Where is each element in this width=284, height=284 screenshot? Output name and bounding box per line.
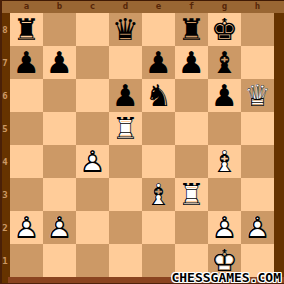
black-pawn-icon: ♟ [109, 79, 142, 112]
square-h2[interactable]: ♟♙ [241, 211, 274, 244]
square-b7[interactable]: ♟ [43, 46, 76, 79]
square-f4[interactable] [175, 145, 208, 178]
file-label-e: e [142, 0, 175, 13]
square-f8[interactable]: ♜ [175, 13, 208, 46]
square-d2[interactable] [109, 211, 142, 244]
square-g7[interactable]: ♝ [208, 46, 241, 79]
square-h3[interactable] [241, 178, 274, 211]
square-g3[interactable] [208, 178, 241, 211]
square-c4[interactable]: ♟♙ [76, 145, 109, 178]
black-rook-icon: ♜ [10, 13, 43, 46]
square-c7[interactable] [76, 46, 109, 79]
rank-labels: 87654321 [0, 13, 10, 277]
square-a1[interactable] [10, 244, 43, 277]
square-g8[interactable]: ♚ [208, 13, 241, 46]
white-bishop-outline-icon: ♗ [142, 178, 175, 211]
square-d1[interactable] [109, 244, 142, 277]
white-pawn-outline-icon: ♙ [43, 211, 76, 244]
black-pawn-icon: ♟ [175, 46, 208, 79]
square-d6[interactable]: ♟ [109, 79, 142, 112]
square-d7[interactable] [109, 46, 142, 79]
square-a6[interactable] [10, 79, 43, 112]
square-c1[interactable] [76, 244, 109, 277]
square-b3[interactable] [43, 178, 76, 211]
square-a8[interactable]: ♜ [10, 13, 43, 46]
square-b4[interactable] [43, 145, 76, 178]
black-pawn-icon: ♟ [142, 46, 175, 79]
square-d4[interactable] [109, 145, 142, 178]
white-pawn-icon: ♟ [76, 145, 109, 178]
square-f7[interactable]: ♟ [175, 46, 208, 79]
square-a5[interactable] [10, 112, 43, 145]
white-pawn-icon: ♟ [208, 211, 241, 244]
square-d8[interactable]: ♛ [109, 13, 142, 46]
rank-label-2: 2 [0, 211, 10, 244]
square-h6[interactable]: ♛♕ [241, 79, 274, 112]
square-a7[interactable]: ♟ [10, 46, 43, 79]
white-bishop-icon: ♝ [208, 145, 241, 178]
black-knight-icon: ♞ [142, 79, 175, 112]
square-h7[interactable] [241, 46, 274, 79]
rank-label-1: 1 [0, 244, 10, 277]
file-label-a: a [10, 0, 43, 13]
file-label-d: d [109, 0, 142, 13]
square-b6[interactable] [43, 79, 76, 112]
square-b1[interactable] [43, 244, 76, 277]
square-g2[interactable]: ♟♙ [208, 211, 241, 244]
white-bishop-outline-icon: ♗ [208, 145, 241, 178]
file-label-b: b [43, 0, 76, 13]
chess-board-diagram: abcdefgh 87654321 ♜♛♜♚♟♟♟♟♝♟♞♟♛♕♜♖♟♙♝♗♝♗… [0, 0, 284, 284]
black-pawn-icon: ♟ [208, 79, 241, 112]
square-a3[interactable] [10, 178, 43, 211]
square-d3[interactable] [109, 178, 142, 211]
rank-label-8: 8 [0, 13, 10, 46]
file-label-c: c [76, 0, 109, 13]
file-label-h: h [241, 0, 274, 13]
white-pawn-icon: ♟ [10, 211, 43, 244]
white-queen-icon: ♛ [241, 79, 274, 112]
black-king-icon: ♚ [208, 13, 241, 46]
rank-label-3: 3 [0, 178, 10, 211]
white-rook-icon: ♜ [175, 178, 208, 211]
square-a4[interactable] [10, 145, 43, 178]
rank-label-6: 6 [0, 79, 10, 112]
square-c8[interactable] [76, 13, 109, 46]
square-h8[interactable] [241, 13, 274, 46]
square-e3[interactable]: ♝♗ [142, 178, 175, 211]
square-e5[interactable] [142, 112, 175, 145]
white-rook-outline-icon: ♖ [109, 112, 142, 145]
square-b8[interactable] [43, 13, 76, 46]
square-a2[interactable]: ♟♙ [10, 211, 43, 244]
square-g6[interactable]: ♟ [208, 79, 241, 112]
rank-label-7: 7 [0, 46, 10, 79]
square-b2[interactable]: ♟♙ [43, 211, 76, 244]
square-c3[interactable] [76, 178, 109, 211]
white-queen-outline-icon: ♕ [241, 79, 274, 112]
chess-board: ♜♛♜♚♟♟♟♟♝♟♞♟♛♕♜♖♟♙♝♗♝♗♜♖♟♙♟♙♟♙♟♙♚♔ [10, 13, 274, 277]
square-e4[interactable] [142, 145, 175, 178]
black-bishop-icon: ♝ [208, 46, 241, 79]
black-pawn-icon: ♟ [10, 46, 43, 79]
square-c2[interactable] [76, 211, 109, 244]
square-f3[interactable]: ♜♖ [175, 178, 208, 211]
black-queen-icon: ♛ [109, 13, 142, 46]
white-pawn-outline-icon: ♙ [241, 211, 274, 244]
square-e7[interactable]: ♟ [142, 46, 175, 79]
white-pawn-icon: ♟ [241, 211, 274, 244]
white-pawn-outline-icon: ♙ [208, 211, 241, 244]
square-b5[interactable] [43, 112, 76, 145]
file-label-f: f [175, 0, 208, 13]
white-pawn-outline-icon: ♙ [10, 211, 43, 244]
square-e8[interactable] [142, 13, 175, 46]
file-labels: abcdefgh [10, 0, 274, 13]
square-h4[interactable] [241, 145, 274, 178]
square-c5[interactable] [76, 112, 109, 145]
square-g5[interactable] [208, 112, 241, 145]
square-f2[interactable] [175, 211, 208, 244]
chessgames-watermark: CHESSGAMES.COM [171, 273, 281, 283]
file-label-g: g [208, 0, 241, 13]
white-rook-icon: ♜ [109, 112, 142, 145]
square-g4[interactable]: ♝♗ [208, 145, 241, 178]
square-f6[interactable] [175, 79, 208, 112]
square-f5[interactable] [175, 112, 208, 145]
square-c6[interactable] [76, 79, 109, 112]
white-bishop-icon: ♝ [142, 178, 175, 211]
square-e6[interactable]: ♞ [142, 79, 175, 112]
rank-label-4: 4 [0, 145, 10, 178]
white-rook-outline-icon: ♖ [175, 178, 208, 211]
black-pawn-icon: ♟ [43, 46, 76, 79]
white-pawn-outline-icon: ♙ [76, 145, 109, 178]
square-h5[interactable] [241, 112, 274, 145]
square-e2[interactable] [142, 211, 175, 244]
rank-label-5: 5 [0, 112, 10, 145]
white-pawn-icon: ♟ [43, 211, 76, 244]
black-rook-icon: ♜ [175, 13, 208, 46]
square-d5[interactable]: ♜♖ [109, 112, 142, 145]
